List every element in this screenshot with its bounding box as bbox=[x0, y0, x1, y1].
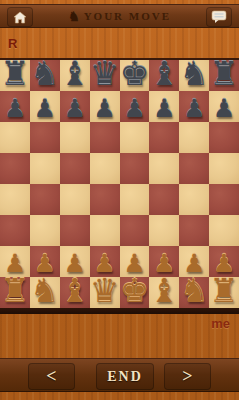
square-b7[interactable]: ♟ bbox=[30, 91, 60, 122]
square-c1[interactable]: ♝ bbox=[60, 277, 90, 308]
square-e3[interactable] bbox=[120, 215, 150, 246]
piece-black-knight: ♞ bbox=[179, 57, 209, 90]
piece-white-rook: ♜ bbox=[209, 274, 239, 307]
square-f6[interactable] bbox=[149, 122, 179, 153]
bottom-bar: < END > bbox=[0, 358, 239, 392]
square-d5[interactable] bbox=[90, 153, 120, 184]
square-b4[interactable] bbox=[30, 184, 60, 215]
square-g1[interactable]: ♞ bbox=[179, 277, 209, 308]
square-d3[interactable] bbox=[90, 215, 120, 246]
square-b1[interactable]: ♞ bbox=[30, 277, 60, 308]
square-c2[interactable]: ♟ bbox=[60, 246, 90, 277]
piece-black-pawn: ♟ bbox=[183, 96, 205, 121]
piece-black-pawn: ♟ bbox=[213, 96, 235, 121]
square-g5[interactable] bbox=[179, 153, 209, 184]
piece-white-bishop: ♝ bbox=[60, 274, 90, 307]
square-g3[interactable] bbox=[179, 215, 209, 246]
piece-black-rook: ♜ bbox=[209, 57, 239, 90]
end-game-button[interactable]: END bbox=[96, 363, 154, 390]
piece-white-pawn: ♟ bbox=[34, 251, 56, 276]
square-e7[interactable]: ♟ bbox=[120, 91, 150, 122]
piece-white-pawn: ♟ bbox=[123, 251, 145, 276]
piece-black-rook: ♜ bbox=[0, 57, 30, 90]
top-bar: ♞ YOUR MOVE bbox=[0, 4, 239, 28]
square-b8[interactable]: ♞ bbox=[30, 60, 60, 91]
square-h4[interactable] bbox=[209, 184, 239, 215]
square-f8[interactable]: ♝ bbox=[149, 60, 179, 91]
square-f2[interactable]: ♟ bbox=[149, 246, 179, 277]
piece-black-queen: ♛ bbox=[90, 57, 120, 90]
piece-black-pawn: ♟ bbox=[63, 96, 85, 121]
previous-move-button[interactable]: < bbox=[28, 363, 75, 390]
square-a2[interactable]: ♟ bbox=[0, 246, 30, 277]
chat-button[interactable] bbox=[206, 7, 232, 27]
square-b5[interactable] bbox=[30, 153, 60, 184]
self-name-label: me bbox=[211, 316, 230, 331]
square-e4[interactable] bbox=[120, 184, 150, 215]
square-d8[interactable]: ♛ bbox=[90, 60, 120, 91]
square-d7[interactable]: ♟ bbox=[90, 91, 120, 122]
square-b6[interactable] bbox=[30, 122, 60, 153]
opponent-name-label: R bbox=[8, 36, 17, 51]
square-d6[interactable] bbox=[90, 122, 120, 153]
piece-black-pawn: ♟ bbox=[4, 96, 26, 121]
square-h3[interactable] bbox=[209, 215, 239, 246]
square-d4[interactable] bbox=[90, 184, 120, 215]
chat-bubble-icon bbox=[211, 10, 227, 24]
piece-black-knight: ♞ bbox=[30, 57, 60, 90]
board-bottom-edge bbox=[0, 308, 239, 314]
square-c3[interactable] bbox=[60, 215, 90, 246]
piece-black-pawn: ♟ bbox=[153, 96, 175, 121]
square-g2[interactable]: ♟ bbox=[179, 246, 209, 277]
square-d2[interactable]: ♟ bbox=[90, 246, 120, 277]
square-h7[interactable]: ♟ bbox=[209, 91, 239, 122]
square-a1[interactable]: ♜ bbox=[0, 277, 30, 308]
piece-white-pawn: ♟ bbox=[183, 251, 205, 276]
square-a7[interactable]: ♟ bbox=[0, 91, 30, 122]
piece-white-pawn: ♟ bbox=[153, 251, 175, 276]
square-c8[interactable]: ♝ bbox=[60, 60, 90, 91]
piece-white-bishop: ♝ bbox=[150, 274, 180, 307]
square-h5[interactable] bbox=[209, 153, 239, 184]
square-e5[interactable] bbox=[120, 153, 150, 184]
piece-white-knight: ♞ bbox=[179, 274, 209, 307]
piece-black-bishop: ♝ bbox=[60, 57, 90, 90]
piece-white-pawn: ♟ bbox=[93, 251, 115, 276]
square-a5[interactable] bbox=[0, 153, 30, 184]
chess-board-frame: ♜♞♝♛♚♝♞♜♟♟♟♟♟♟♟♟♟♟♟♟♟♟♟♟♜♞♝♛♚♝♞♜ bbox=[0, 58, 239, 314]
square-f3[interactable] bbox=[149, 215, 179, 246]
square-f7[interactable]: ♟ bbox=[149, 91, 179, 122]
square-h8[interactable]: ♜ bbox=[209, 60, 239, 91]
piece-white-pawn: ♟ bbox=[4, 251, 26, 276]
square-c5[interactable] bbox=[60, 153, 90, 184]
piece-white-queen: ♛ bbox=[90, 274, 120, 307]
piece-black-bishop: ♝ bbox=[150, 57, 180, 90]
chess-app-screen: ♞ YOUR MOVE R me ♜♞♝♛♚♝♞♜♟♟♟♟♟♟♟♟♟♟♟♟♟♟♟… bbox=[0, 0, 239, 400]
square-b3[interactable] bbox=[30, 215, 60, 246]
piece-black-pawn: ♟ bbox=[93, 96, 115, 121]
piece-white-rook: ♜ bbox=[0, 274, 30, 307]
piece-white-pawn: ♟ bbox=[213, 251, 235, 276]
piece-white-knight: ♞ bbox=[30, 274, 60, 307]
piece-white-pawn: ♟ bbox=[63, 251, 85, 276]
square-e1[interactable]: ♚ bbox=[120, 277, 150, 308]
home-icon bbox=[13, 11, 27, 24]
piece-black-pawn: ♟ bbox=[123, 96, 145, 121]
square-g7[interactable]: ♟ bbox=[179, 91, 209, 122]
square-b2[interactable]: ♟ bbox=[30, 246, 60, 277]
square-g6[interactable] bbox=[179, 122, 209, 153]
square-a6[interactable] bbox=[0, 122, 30, 153]
square-c4[interactable] bbox=[60, 184, 90, 215]
pawn-icon: ♞ bbox=[68, 10, 80, 23]
next-move-button[interactable]: > bbox=[164, 363, 211, 390]
piece-black-pawn: ♟ bbox=[34, 96, 56, 121]
square-h6[interactable] bbox=[209, 122, 239, 153]
square-g8[interactable]: ♞ bbox=[179, 60, 209, 91]
square-a3[interactable] bbox=[0, 215, 30, 246]
turn-title: YOUR MOVE bbox=[84, 10, 171, 22]
square-d1[interactable]: ♛ bbox=[90, 277, 120, 308]
square-e6[interactable] bbox=[120, 122, 150, 153]
square-e8[interactable]: ♚ bbox=[120, 60, 150, 91]
chess-board: ♜♞♝♛♚♝♞♜♟♟♟♟♟♟♟♟♟♟♟♟♟♟♟♟♜♞♝♛♚♝♞♜ bbox=[0, 60, 239, 308]
square-h2[interactable]: ♟ bbox=[209, 246, 239, 277]
square-e2[interactable]: ♟ bbox=[120, 246, 150, 277]
square-h1[interactable]: ♜ bbox=[209, 277, 239, 308]
square-a8[interactable]: ♜ bbox=[0, 60, 30, 91]
square-a4[interactable] bbox=[0, 184, 30, 215]
piece-black-king: ♚ bbox=[120, 57, 150, 90]
square-c7[interactable]: ♟ bbox=[60, 91, 90, 122]
square-f4[interactable] bbox=[149, 184, 179, 215]
turn-indicator: ♞ YOUR MOVE bbox=[68, 10, 171, 23]
square-f1[interactable]: ♝ bbox=[149, 277, 179, 308]
piece-white-king: ♚ bbox=[120, 274, 150, 307]
square-f5[interactable] bbox=[149, 153, 179, 184]
home-button[interactable] bbox=[7, 7, 33, 27]
square-g4[interactable] bbox=[179, 184, 209, 215]
square-c6[interactable] bbox=[60, 122, 90, 153]
